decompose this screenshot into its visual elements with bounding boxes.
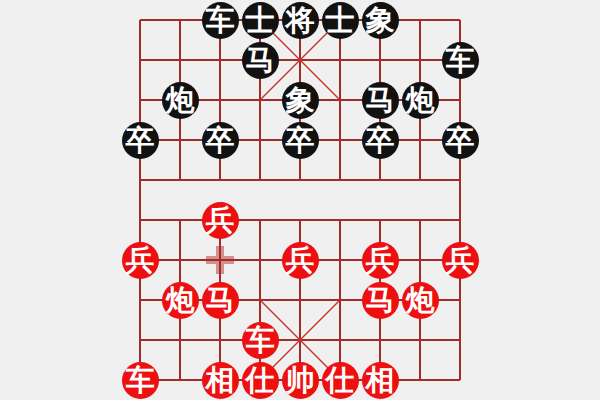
board-cell[interactable] <box>240 80 280 120</box>
board-cell[interactable] <box>440 160 480 200</box>
board-cell[interactable] <box>360 40 400 80</box>
piece-black-soldier[interactable]: 卒 <box>122 122 159 159</box>
board-cell[interactable] <box>120 0 160 40</box>
board-cell[interactable]: 象 <box>280 80 320 120</box>
board-cell[interactable] <box>280 320 320 360</box>
board-cell[interactable]: 车 <box>440 40 480 80</box>
board-cell[interactable] <box>280 200 320 240</box>
board-cell[interactable] <box>440 200 480 240</box>
board-cell[interactable] <box>120 160 160 200</box>
board-cell[interactable]: 炮 <box>160 80 200 120</box>
board-cell[interactable]: 兵 <box>200 200 240 240</box>
board-cell[interactable] <box>280 40 320 80</box>
board-cell[interactable] <box>320 280 360 320</box>
board-cell[interactable] <box>240 120 280 160</box>
board-cell[interactable] <box>400 240 440 280</box>
piece-black-soldier[interactable]: 卒 <box>362 122 399 159</box>
board-cell[interactable] <box>400 320 440 360</box>
board-cell[interactable]: 兵 <box>440 240 480 280</box>
board-cell[interactable] <box>160 320 200 360</box>
board-cell[interactable] <box>320 120 360 160</box>
piece-black-cannon[interactable]: 炮 <box>162 82 199 119</box>
piece-red-soldier[interactable]: 兵 <box>442 242 479 279</box>
piece-black-soldier[interactable]: 卒 <box>282 122 319 159</box>
board-cell[interactable]: 兵 <box>120 240 160 280</box>
board-cell[interactable] <box>280 280 320 320</box>
piece-red-chariot[interactable]: 车 <box>242 322 279 359</box>
board-cell[interactable] <box>200 40 240 80</box>
board-cell[interactable] <box>360 160 400 200</box>
board-cell[interactable]: 卒 <box>360 120 400 160</box>
board-cell[interactable] <box>400 40 440 80</box>
board-cell[interactable] <box>440 80 480 120</box>
board-cell[interactable] <box>320 40 360 80</box>
board-cell[interactable]: 仕 <box>240 360 280 400</box>
last-move-marker-corner <box>206 261 219 274</box>
board-cell[interactable]: 兵 <box>280 240 320 280</box>
last-move-marker-corner <box>206 246 219 259</box>
piece-red-cannon[interactable]: 炮 <box>402 282 439 319</box>
board-cell[interactable] <box>280 160 320 200</box>
xiangqi-app: 车士将士象马车炮象马炮卒卒卒卒卒兵兵兵兵兵炮马马炮车车相仕帅仕相 <box>0 0 600 400</box>
piece-black-general[interactable]: 将 <box>282 2 319 39</box>
board-cell[interactable]: 象 <box>360 0 400 40</box>
board-cell[interactable] <box>200 320 240 360</box>
board-cell[interactable] <box>160 360 200 400</box>
board-cell[interactable] <box>240 200 280 240</box>
piece-red-soldier[interactable]: 兵 <box>282 242 319 279</box>
piece-red-elephant[interactable]: 相 <box>202 362 239 399</box>
board-cell[interactable]: 马 <box>240 40 280 80</box>
board-cell[interactable] <box>160 120 200 160</box>
piece-red-general[interactable]: 帅 <box>282 362 319 399</box>
piece-black-soldier[interactable]: 卒 <box>202 122 239 159</box>
xiangqi-board: 车士将士象马车炮象马炮卒卒卒卒卒兵兵兵兵兵炮马马炮车车相仕帅仕相 <box>120 0 480 400</box>
piece-black-chariot[interactable]: 车 <box>202 2 239 39</box>
board-cell[interactable] <box>160 0 200 40</box>
board-cell[interactable]: 车 <box>240 320 280 360</box>
piece-black-soldier[interactable]: 卒 <box>442 122 479 159</box>
board-cell[interactable] <box>440 0 480 40</box>
board-cell[interactable]: 炮 <box>160 280 200 320</box>
piece-black-chariot[interactable]: 车 <box>442 42 479 79</box>
piece-black-horse[interactable]: 马 <box>362 82 399 119</box>
board-cell[interactable] <box>440 360 480 400</box>
board-cell[interactable] <box>240 280 280 320</box>
board-cell[interactable] <box>320 320 360 360</box>
board-cell[interactable]: 车 <box>120 360 160 400</box>
board-cell[interactable] <box>440 280 480 320</box>
board-cell[interactable]: 马 <box>360 280 400 320</box>
board-cell[interactable]: 仕 <box>320 360 360 400</box>
last-move-marker <box>206 246 234 274</box>
piece-red-elephant[interactable]: 相 <box>362 362 399 399</box>
board-cell[interactable]: 卒 <box>280 120 320 160</box>
board-cell[interactable] <box>400 360 440 400</box>
board-cell[interactable] <box>320 200 360 240</box>
board-cell[interactable] <box>160 240 200 280</box>
piece-black-horse[interactable]: 马 <box>242 42 279 79</box>
board-cell[interactable] <box>160 200 200 240</box>
piece-red-advisor[interactable]: 仕 <box>242 362 279 399</box>
board-cell[interactable] <box>360 200 400 240</box>
last-move-marker-corner <box>221 246 234 259</box>
piece-red-horse[interactable]: 马 <box>202 282 239 319</box>
board-cell[interactable] <box>320 80 360 120</box>
board-cell[interactable]: 士 <box>320 0 360 40</box>
board-cell[interactable] <box>120 320 160 360</box>
board-cell[interactable] <box>240 160 280 200</box>
board-cell[interactable] <box>160 160 200 200</box>
board-cell[interactable] <box>120 280 160 320</box>
piece-red-chariot[interactable]: 车 <box>122 362 159 399</box>
piece-black-advisor[interactable]: 士 <box>242 2 279 39</box>
piece-red-soldier[interactable]: 兵 <box>122 242 159 279</box>
board-cell[interactable] <box>240 240 280 280</box>
board-cell[interactable]: 卒 <box>120 120 160 160</box>
piece-red-soldier[interactable]: 兵 <box>362 242 399 279</box>
piece-red-horse[interactable]: 马 <box>362 282 399 319</box>
board-cell[interactable] <box>200 240 240 280</box>
board-cell[interactable]: 炮 <box>400 80 440 120</box>
board-cell[interactable] <box>320 160 360 200</box>
board-cell[interactable] <box>440 320 480 360</box>
last-move-marker-corner <box>221 261 234 274</box>
board-cell[interactable] <box>120 80 160 120</box>
board-cell[interactable] <box>200 80 240 120</box>
board-cell[interactable] <box>120 40 160 80</box>
piece-black-cannon[interactable]: 炮 <box>402 82 439 119</box>
board-cell[interactable] <box>160 40 200 80</box>
board-cell[interactable] <box>400 120 440 160</box>
piece-red-soldier[interactable]: 兵 <box>202 202 239 239</box>
piece-black-elephant[interactable]: 象 <box>282 82 319 119</box>
board-cell[interactable]: 卒 <box>440 120 480 160</box>
board-cell[interactable]: 士 <box>240 0 280 40</box>
board-cell[interactable] <box>400 200 440 240</box>
board-cell[interactable] <box>320 240 360 280</box>
board-cell[interactable]: 兵 <box>360 240 400 280</box>
board-cell[interactable]: 炮 <box>400 280 440 320</box>
piece-red-cannon[interactable]: 炮 <box>162 282 199 319</box>
board-cell[interactable]: 车 <box>200 0 240 40</box>
piece-black-elephant[interactable]: 象 <box>362 2 399 39</box>
board-cell[interactable]: 相 <box>200 360 240 400</box>
board-cell[interactable]: 马 <box>200 280 240 320</box>
board-cell[interactable] <box>120 200 160 240</box>
board-cell[interactable]: 卒 <box>200 120 240 160</box>
board-cell[interactable]: 相 <box>360 360 400 400</box>
board-cell[interactable] <box>360 320 400 360</box>
board-cell[interactable] <box>400 160 440 200</box>
board-cell[interactable] <box>400 0 440 40</box>
piece-black-advisor[interactable]: 士 <box>322 2 359 39</box>
board-cell[interactable]: 将 <box>280 0 320 40</box>
board-cell[interactable]: 帅 <box>280 360 320 400</box>
piece-red-advisor[interactable]: 仕 <box>322 362 359 399</box>
board-cell[interactable] <box>200 160 240 200</box>
board-cell[interactable]: 马 <box>360 80 400 120</box>
